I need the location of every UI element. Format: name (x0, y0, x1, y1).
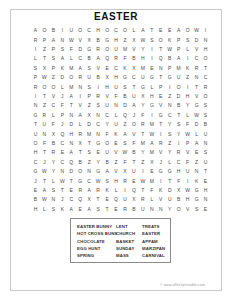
grid-cell: R (156, 139, 165, 148)
grid-cell: P (40, 35, 49, 44)
word-item: CHOCOLATE (77, 238, 116, 245)
grid-cell: D (120, 101, 129, 110)
grid-cell: T (85, 139, 94, 148)
grid-cell: X (129, 195, 138, 204)
grid-cell: N (94, 111, 103, 120)
grid-cell: S (192, 205, 201, 214)
grid-cell: V (112, 148, 121, 157)
grid-cell: C (174, 158, 183, 167)
grid-cell: K (112, 129, 121, 138)
grid-cell: J (156, 158, 165, 167)
grid-cell: N (192, 167, 201, 176)
grid-cell: L (40, 205, 49, 214)
grid-cell: U (201, 129, 210, 138)
grid-cell: W (138, 35, 147, 44)
grid-cell: S (201, 101, 210, 110)
grid-cell: B (165, 54, 174, 63)
grid-cell: Z (120, 35, 129, 44)
grid-cell: T (40, 92, 49, 101)
grid-cell: F (129, 139, 138, 148)
grid-cell: O (120, 26, 129, 35)
grid-cell: Q (156, 54, 165, 63)
grid-cell: N (112, 101, 121, 110)
grid-cell: L (67, 54, 76, 63)
grid-cell: O (103, 139, 112, 148)
grid-cell: E (94, 148, 103, 157)
grid-cell: Q (58, 129, 67, 138)
grid-cell: G (192, 186, 201, 195)
grid-cell: O (49, 82, 58, 91)
grid-cell: I (201, 26, 210, 35)
grid-cell: E (147, 64, 156, 73)
grid-cell: L (112, 111, 121, 120)
grid-cell: G (120, 73, 129, 82)
grid-cell: B (129, 54, 138, 63)
grid-cell: G (138, 82, 147, 91)
grid-cell: I (76, 92, 85, 101)
word-item: SUNDAY (116, 245, 142, 252)
grid-cell: L (58, 82, 67, 91)
grid-cell: C (67, 195, 76, 204)
grid-cell: L (183, 45, 192, 54)
grid-cell: S (49, 54, 58, 63)
grid-cell: V (156, 101, 165, 110)
grid-cell: G (103, 35, 112, 44)
grid-cell: B (103, 158, 112, 167)
grid-cell: N (58, 167, 67, 176)
grid-cell: B (49, 26, 58, 35)
grid-cell: T (58, 186, 67, 195)
word-item: EASTER (142, 230, 170, 237)
grid-cell: M (85, 129, 94, 138)
grid-cell: N (165, 101, 174, 110)
grid-cell: W (40, 73, 49, 82)
grid-cell: S (85, 82, 94, 91)
grid-cell: H (103, 82, 112, 91)
grid-cell: G (76, 176, 85, 185)
word-search-grid: AOBIUOCHOCOLATEEAOWIRPANWVXBGHZXWSOKPSDN… (31, 26, 210, 214)
grid-cell: E (156, 26, 165, 35)
grid-cell: A (67, 92, 76, 101)
grid-cell: T (138, 129, 147, 138)
grid-cell: T (40, 176, 49, 185)
grid-cell: S (58, 45, 67, 54)
grid-cell: O (201, 54, 210, 63)
grid-cell: N (156, 64, 165, 73)
grid-cell: N (147, 205, 156, 214)
grid-cell: L (165, 158, 174, 167)
grid-cell: W (138, 176, 147, 185)
grid-cell: A (31, 26, 40, 35)
grid-cell: L (76, 120, 85, 129)
grid-cell: S (183, 35, 192, 44)
grid-cell: G (192, 195, 201, 204)
grid-cell: A (129, 101, 138, 110)
grid-cell: E (192, 148, 201, 157)
grid-cell: Z (85, 158, 94, 167)
grid-cell: U (85, 73, 94, 82)
grid-cell: K (120, 64, 129, 73)
grid-cell: I (183, 176, 192, 185)
grid-cell: D (192, 35, 201, 44)
grid-cell: G (192, 101, 201, 110)
grid-cell: R (40, 111, 49, 120)
grid-cell: N (192, 73, 201, 82)
grid-cell: X (129, 64, 138, 73)
grid-cell: X (85, 111, 94, 120)
grid-cell: L (147, 82, 156, 91)
grid-cell: O (103, 26, 112, 35)
footer-credit: © www.allfreeprintable.com (160, 283, 205, 287)
grid-cell: R (94, 92, 103, 101)
grid-cell: Y (49, 158, 58, 167)
grid-cell: G (85, 45, 94, 54)
grid-cell: Y (138, 101, 147, 110)
grid-cell: K (156, 186, 165, 195)
grid-cell: H (201, 45, 210, 54)
grid-cell: O (40, 26, 49, 35)
grid-cell: M (67, 82, 76, 91)
grid-cell: D (67, 167, 76, 176)
grid-cell: C (192, 54, 201, 63)
grid-cell: Z (138, 158, 147, 167)
grid-cell: P (58, 111, 67, 120)
grid-cell: N (76, 82, 85, 91)
grid-cell: I (165, 82, 174, 91)
grid-cell: W (147, 129, 156, 138)
grid-cell: T (129, 158, 138, 167)
grid-cell: R (76, 73, 85, 82)
grid-cell: N (40, 129, 49, 138)
grid-cell: Q (76, 195, 85, 204)
grid-cell: X (129, 35, 138, 44)
word-item: CARNIVAL (142, 252, 170, 259)
grid-cell: G (94, 139, 103, 148)
word-list-box: EASTER BUNNYHOT CROSS BUNSCHOCOLATEEGG H… (70, 218, 171, 263)
grid-cell: I (138, 167, 147, 176)
grid-cell: K (103, 186, 112, 195)
grid-cell: I (31, 92, 40, 101)
grid-cell: X (147, 158, 156, 167)
grid-cell: H (67, 129, 76, 138)
grid-cell: N (49, 195, 58, 204)
grid-cell: Z (120, 120, 129, 129)
grid-cell: W (94, 176, 103, 185)
grid-cell: B (94, 73, 103, 82)
grid-cell: F (183, 158, 192, 167)
grid-cell: K (165, 35, 174, 44)
grid-cell: U (138, 73, 147, 82)
grid-cell: I (183, 54, 192, 63)
grid-cell: S (94, 205, 103, 214)
grid-cell: I (31, 45, 40, 54)
grid-cell: M (138, 64, 147, 73)
grid-cell: T (156, 120, 165, 129)
grid-cell: F (58, 101, 67, 110)
grid-cell: Q (120, 111, 129, 120)
grid-cell: F (120, 158, 129, 167)
grid-cell: P (49, 45, 58, 54)
grid-cell: A (76, 111, 85, 120)
grid-cell: I (147, 54, 156, 63)
grid-cell: C (58, 158, 67, 167)
grid-cell: B (31, 195, 40, 204)
grid-cell: A (147, 139, 156, 148)
grid-cell: P (156, 82, 165, 91)
grid-cell: B (76, 158, 85, 167)
word-item: BASKET (116, 238, 142, 245)
grid-cell: E (201, 205, 210, 214)
grid-cell: J (31, 176, 40, 185)
grid-cell: A (103, 167, 112, 176)
grid-cell: C (129, 73, 138, 82)
grid-cell: X (138, 92, 147, 101)
grid-cell: C (103, 111, 112, 120)
grid-cell: G (156, 167, 165, 176)
grid-cell: J (40, 158, 49, 167)
grid-cell: I (156, 176, 165, 185)
grid-cell: W (40, 195, 49, 204)
grid-cell: E (76, 205, 85, 214)
grid-cell: W (183, 186, 192, 195)
grid-cell: N (31, 101, 40, 110)
grid-cell: X (174, 186, 183, 195)
grid-cell: S (85, 64, 94, 73)
grid-cell: N (201, 139, 210, 148)
grid-cell: O (67, 73, 76, 82)
grid-cell: E (112, 205, 121, 214)
grid-cell: U (120, 195, 129, 204)
grid-cell: O (156, 35, 165, 44)
grid-cell: L (147, 195, 156, 204)
grid-cell: R (112, 54, 121, 63)
grid-cell: N (94, 129, 103, 138)
grid-cell: P (174, 45, 183, 54)
grid-cell: U (40, 120, 49, 129)
grid-cell: A (76, 64, 85, 73)
grid-cell: S (201, 111, 210, 120)
grid-cell: R (31, 82, 40, 91)
grid-cell: J (58, 120, 67, 129)
grid-cell: U (67, 26, 76, 35)
grid-cell: Y (183, 101, 192, 110)
grid-cell: Y (138, 148, 147, 157)
grid-cell: E (103, 195, 112, 204)
grid-cell: O (201, 92, 210, 101)
grid-cell: T (31, 120, 40, 129)
grid-cell: B (201, 120, 210, 129)
grid-cell: P (49, 64, 58, 73)
grid-cell: T (156, 73, 165, 82)
grid-cell: B (174, 195, 183, 204)
grid-cell: T (138, 186, 147, 195)
grid-cell: U (31, 129, 40, 138)
grid-cell: V (183, 205, 192, 214)
grid-cell: F (103, 129, 112, 138)
grid-cell: V (49, 92, 58, 101)
grid-cell: F (120, 54, 129, 63)
grid-cell: O (129, 120, 138, 129)
grid-cell: L (49, 176, 58, 185)
grid-cell: U (138, 205, 147, 214)
grid-cell: F (40, 139, 49, 148)
grid-cell: Y (174, 129, 183, 138)
grid-cell: Y (138, 45, 147, 54)
grid-cell: G (147, 101, 156, 110)
grid-cell: Z (49, 73, 58, 82)
grid-cell: E (67, 186, 76, 195)
grid-cell: G (156, 111, 165, 120)
grid-cell: B (129, 205, 138, 214)
grid-cell: Y (103, 120, 112, 129)
grid-cell: S (201, 148, 210, 157)
grid-cell: Z (165, 139, 174, 148)
grid-cell: U (112, 45, 121, 54)
grid-cell: O (174, 82, 183, 91)
grid-cell: E (165, 26, 174, 35)
word-item: MASS (116, 252, 142, 259)
grid-cell: O (174, 205, 183, 214)
grid-cell: U (183, 167, 192, 176)
grid-cell: I (58, 26, 67, 35)
grid-cell: I (183, 82, 192, 91)
grid-cell: Z (85, 101, 94, 110)
word-item: EASTER BUNNY (77, 223, 116, 230)
grid-cell: R (94, 186, 103, 195)
grid-cell: S (120, 139, 129, 148)
grid-cell: H (138, 54, 147, 63)
grid-cell: T (40, 148, 49, 157)
word-item: HOT CROSS BUNS (77, 230, 116, 237)
grid-cell: Y (49, 167, 58, 176)
grid-cell: A (94, 54, 103, 63)
grid-cell: A (174, 54, 183, 63)
grid-cell: G (94, 167, 103, 176)
grid-cell: G (147, 73, 156, 82)
grid-cell: S (49, 205, 58, 214)
grid-cell: N (85, 167, 94, 176)
grid-cell: I (147, 45, 156, 54)
grid-cell: C (58, 139, 67, 148)
grid-cell: G (165, 167, 174, 176)
grid-cell: C (112, 64, 121, 73)
grid-cell: U (165, 195, 174, 204)
grid-cell: B (174, 101, 183, 110)
grid-cell: G (31, 111, 40, 120)
grid-cell: J (58, 92, 67, 101)
grid-cell: H (112, 176, 121, 185)
grid-cell: P (174, 35, 183, 44)
grid-cell: U (129, 167, 138, 176)
grid-cell: P (31, 73, 40, 82)
grid-cell: S (49, 186, 58, 195)
grid-cell: T (67, 101, 76, 110)
worksheet-page: EASTER AOBIUOCHOCOLATEEAOWIRPANWVXBGHZXW… (0, 0, 232, 300)
grid-cell: V (76, 101, 85, 110)
grid-cell: W (192, 111, 201, 120)
grid-cell: N (58, 35, 67, 44)
grid-cell: K (58, 64, 67, 73)
grid-cell: Z (40, 101, 49, 110)
grid-cell: J (129, 111, 138, 120)
grid-cell: S (103, 176, 112, 185)
grid-cell: D (58, 73, 67, 82)
grid-cell: N (67, 139, 76, 148)
grid-cell: L (183, 111, 192, 120)
grid-cell: H (147, 92, 156, 101)
grid-cell: A (40, 186, 49, 195)
grid-cell: A (85, 205, 94, 214)
grid-cell: S (85, 148, 94, 157)
grid-cell: R (138, 195, 147, 204)
grid-cell: A (174, 26, 183, 35)
grid-cell: Z (40, 45, 49, 54)
grid-cell: N (201, 195, 210, 204)
grid-cell: E (201, 176, 210, 185)
grid-cell: T (147, 26, 156, 35)
grid-cell: X (103, 73, 112, 82)
grid-cell: X (85, 195, 94, 204)
grid-cell: V (192, 45, 201, 54)
grid-cell: S (94, 101, 103, 110)
grid-cell: L (129, 26, 138, 35)
grid-cell: X (120, 167, 129, 176)
grid-cell: T (192, 82, 201, 91)
grid-cell: S (147, 35, 156, 44)
grid-cell: Q (112, 195, 121, 204)
grid-cell: O (31, 139, 40, 148)
grid-cell: I (147, 111, 156, 120)
grid-cell: H (112, 35, 121, 44)
grid-cell: B (85, 54, 94, 63)
grid-cell: A (49, 35, 58, 44)
grid-cell: L (192, 129, 201, 138)
grid-cell: R (76, 129, 85, 138)
grid-cell: F (112, 92, 121, 101)
grid-cell: T (67, 176, 76, 185)
grid-cell: Y (94, 158, 103, 167)
grid-cell: H (183, 92, 192, 101)
grid-cell: C (94, 120, 103, 129)
grid-cell: T (76, 148, 85, 157)
grid-cell: V (156, 148, 165, 157)
grid-cell: I (94, 82, 103, 91)
grid-cell: N (67, 111, 76, 120)
grid-cell: J (58, 195, 67, 204)
grid-cell: L (31, 54, 40, 63)
grid-cell: U (112, 120, 121, 129)
grid-cell: R (49, 148, 58, 157)
grid-cell: O (76, 167, 85, 176)
grid-cell: Z (112, 158, 121, 167)
grid-cell: E (156, 92, 165, 101)
grid-cell: D (85, 120, 94, 129)
grid-cell: B (94, 35, 103, 44)
grid-cell: A (120, 129, 129, 138)
grid-cell: C (201, 73, 210, 82)
word-item: APPAM (142, 238, 170, 245)
grid-cell: R (201, 82, 210, 91)
grid-cell: L (49, 111, 58, 120)
grid-cell: H (174, 167, 183, 176)
grid-cell: U (112, 82, 121, 91)
grid-cell: Z (165, 92, 174, 101)
grid-cell: D (67, 120, 76, 129)
grid-cell: R (174, 148, 183, 157)
grid-cell: C (31, 158, 40, 167)
grid-cell: V (76, 35, 85, 44)
grid-cell: R (192, 64, 201, 73)
